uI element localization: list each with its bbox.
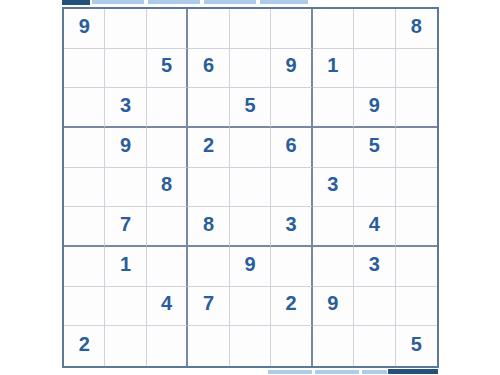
cell-r6c5[interactable] xyxy=(230,207,271,247)
given-digit: 3 xyxy=(285,213,296,236)
given-digit: 5 xyxy=(369,134,380,157)
cell-r3c7[interactable] xyxy=(313,88,354,128)
given-digit: 3 xyxy=(120,94,131,117)
cell-r1c6[interactable] xyxy=(271,9,312,49)
cell-r2c3[interactable]: 5 xyxy=(147,49,188,89)
cell-r1c4[interactable] xyxy=(188,9,229,49)
cell-r1c2[interactable] xyxy=(105,9,146,49)
cell-r8c8[interactable] xyxy=(354,287,395,327)
cell-r7c7[interactable] xyxy=(313,247,354,287)
cell-r5c6[interactable] xyxy=(271,168,312,208)
top-row-sliver-dark xyxy=(62,0,90,5)
given-digit: 9 xyxy=(327,292,338,315)
cell-r3c1[interactable] xyxy=(64,88,105,128)
cell-r5c5[interactable] xyxy=(230,168,271,208)
cell-r2c2[interactable] xyxy=(105,49,146,89)
cell-r7c5[interactable]: 9 xyxy=(230,247,271,287)
cell-r9c8[interactable] xyxy=(354,326,395,366)
cell-r9c2[interactable] xyxy=(105,326,146,366)
given-digit: 6 xyxy=(285,134,296,157)
cell-r3c4[interactable] xyxy=(188,88,229,128)
cell-r6c3[interactable] xyxy=(147,207,188,247)
given-digit: 5 xyxy=(244,94,255,117)
given-digit: 9 xyxy=(369,94,380,117)
given-digit: 1 xyxy=(327,54,338,77)
cell-r5c8[interactable] xyxy=(354,168,395,208)
cell-r8c7[interactable]: 9 xyxy=(313,287,354,327)
cell-r8c2[interactable] xyxy=(105,287,146,327)
cell-r9c6[interactable] xyxy=(271,326,312,366)
given-digit: 4 xyxy=(161,292,172,315)
cell-r4c4[interactable]: 2 xyxy=(188,128,229,168)
given-digit: 7 xyxy=(120,213,131,236)
given-digit: 3 xyxy=(327,173,338,196)
cell-r8c4[interactable]: 7 xyxy=(188,287,229,327)
cell-r7c9[interactable] xyxy=(396,247,437,287)
cell-r3c3[interactable] xyxy=(147,88,188,128)
cell-r8c9[interactable] xyxy=(396,287,437,327)
given-digit: 2 xyxy=(203,134,214,157)
cell-r2c8[interactable] xyxy=(354,49,395,89)
cell-r5c9[interactable] xyxy=(396,168,437,208)
given-digit: 5 xyxy=(411,333,422,356)
cell-r1c1[interactable]: 9 xyxy=(64,9,105,49)
cell-r4c6[interactable]: 6 xyxy=(271,128,312,168)
cell-r8c1[interactable] xyxy=(64,287,105,327)
cell-r6c7[interactable] xyxy=(313,207,354,247)
given-digit: 8 xyxy=(411,15,422,38)
cell-r4c9[interactable] xyxy=(396,128,437,168)
given-digit: 8 xyxy=(203,213,214,236)
cell-r5c1[interactable] xyxy=(64,168,105,208)
cell-r7c6[interactable] xyxy=(271,247,312,287)
cell-r7c1[interactable] xyxy=(64,247,105,287)
cell-r5c4[interactable] xyxy=(188,168,229,208)
cell-r4c7[interactable] xyxy=(313,128,354,168)
cell-r6c2[interactable]: 7 xyxy=(105,207,146,247)
given-digit: 3 xyxy=(369,253,380,276)
cell-r6c6[interactable]: 3 xyxy=(271,207,312,247)
cell-r5c7[interactable]: 3 xyxy=(313,168,354,208)
cell-r2c6[interactable]: 9 xyxy=(271,49,312,89)
given-digit: 9 xyxy=(285,54,296,77)
cell-r1c3[interactable] xyxy=(147,9,188,49)
sudoku-board: 9856913599265837834193472925 xyxy=(62,7,439,368)
cell-r6c8[interactable]: 4 xyxy=(354,207,395,247)
given-digit: 8 xyxy=(161,173,172,196)
cell-r5c3[interactable]: 8 xyxy=(147,168,188,208)
cell-r8c6[interactable]: 2 xyxy=(271,287,312,327)
top-row-sliver-light xyxy=(92,0,308,4)
given-digit: 9 xyxy=(120,134,131,157)
cell-r6c1[interactable] xyxy=(64,207,105,247)
given-digit: 1 xyxy=(120,253,131,276)
bottom-row-sliver-light xyxy=(268,370,387,374)
given-digit: 2 xyxy=(79,333,90,356)
cell-r1c8[interactable] xyxy=(354,9,395,49)
cell-r4c5[interactable] xyxy=(230,128,271,168)
cell-r3c8[interactable]: 9 xyxy=(354,88,395,128)
cell-r1c9[interactable]: 8 xyxy=(396,9,437,49)
cell-r4c1[interactable] xyxy=(64,128,105,168)
bottom-row-sliver-dark xyxy=(388,369,438,374)
cell-r2c9[interactable] xyxy=(396,49,437,89)
given-digit: 4 xyxy=(369,213,380,236)
given-digit: 2 xyxy=(285,292,296,315)
given-digit: 7 xyxy=(203,292,214,315)
cell-r9c5[interactable] xyxy=(230,326,271,366)
cell-r7c2[interactable]: 1 xyxy=(105,247,146,287)
given-digit: 9 xyxy=(244,253,255,276)
cell-r3c6[interactable] xyxy=(271,88,312,128)
cell-r2c1[interactable] xyxy=(64,49,105,89)
cell-r8c5[interactable] xyxy=(230,287,271,327)
sudoku-page: 9856913599265837834193472925 xyxy=(0,0,500,375)
cell-r8c3[interactable]: 4 xyxy=(147,287,188,327)
cell-r9c4[interactable] xyxy=(188,326,229,366)
given-digit: 6 xyxy=(203,54,214,77)
cell-r7c8[interactable]: 3 xyxy=(354,247,395,287)
cell-r2c4[interactable]: 6 xyxy=(188,49,229,89)
cell-r2c5[interactable] xyxy=(230,49,271,89)
cell-r1c7[interactable] xyxy=(313,9,354,49)
cell-r9c9[interactable]: 5 xyxy=(396,326,437,366)
cell-r2c7[interactable]: 1 xyxy=(313,49,354,89)
given-digit: 5 xyxy=(161,54,172,77)
cell-r9c7[interactable] xyxy=(313,326,354,366)
cell-r7c3[interactable] xyxy=(147,247,188,287)
cell-r7c4[interactable] xyxy=(188,247,229,287)
cell-r1c5[interactable] xyxy=(230,9,271,49)
cell-r4c8[interactable]: 5 xyxy=(354,128,395,168)
cell-r3c5[interactable]: 5 xyxy=(230,88,271,128)
cell-r6c9[interactable] xyxy=(396,207,437,247)
cell-r4c2[interactable]: 9 xyxy=(105,128,146,168)
cell-r3c9[interactable] xyxy=(396,88,437,128)
cell-r5c2[interactable] xyxy=(105,168,146,208)
given-digit: 9 xyxy=(79,15,90,38)
cell-r9c3[interactable] xyxy=(147,326,188,366)
cell-r4c3[interactable] xyxy=(147,128,188,168)
cell-r6c4[interactable]: 8 xyxy=(188,207,229,247)
cell-r9c1[interactable]: 2 xyxy=(64,326,105,366)
cell-r3c2[interactable]: 3 xyxy=(105,88,146,128)
